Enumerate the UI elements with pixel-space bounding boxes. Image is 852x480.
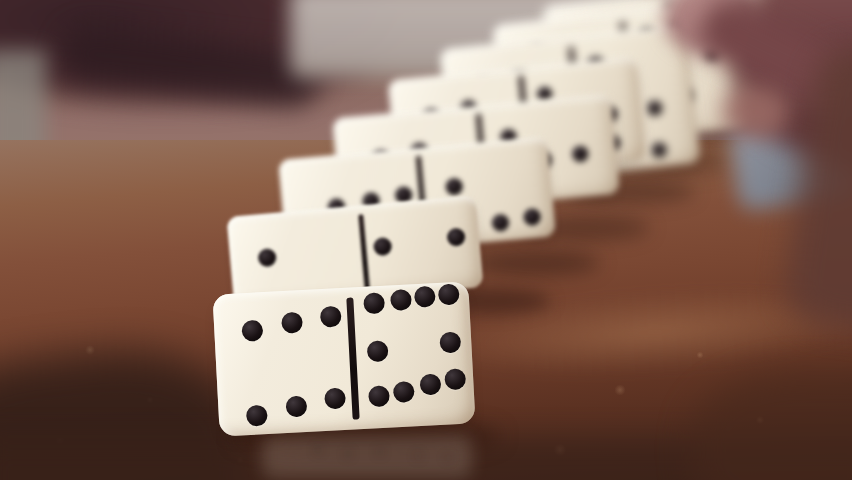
domino-photo-scene bbox=[0, 0, 852, 480]
pip bbox=[571, 145, 588, 162]
pip bbox=[523, 208, 541, 226]
pip-divider-line bbox=[358, 214, 370, 297]
hand-knuckle bbox=[722, 86, 790, 138]
pip bbox=[363, 292, 385, 314]
pip bbox=[651, 142, 667, 158]
pip bbox=[373, 237, 393, 257]
pip bbox=[446, 228, 466, 248]
pip bbox=[419, 373, 441, 395]
pip bbox=[390, 289, 412, 311]
pip bbox=[281, 312, 303, 334]
pip bbox=[491, 214, 509, 232]
pip bbox=[438, 283, 460, 305]
pip bbox=[647, 100, 663, 116]
tile-shadow bbox=[470, 250, 600, 276]
pip bbox=[439, 332, 461, 354]
pip-divider-line bbox=[347, 297, 360, 419]
pip bbox=[368, 385, 390, 407]
pip bbox=[445, 178, 463, 196]
front-domino-tile-6-10 bbox=[212, 281, 475, 436]
pip bbox=[320, 306, 342, 328]
pip bbox=[246, 404, 268, 426]
pip bbox=[257, 248, 277, 268]
pip bbox=[242, 320, 264, 342]
pip-reflections bbox=[300, 438, 470, 474]
pip bbox=[324, 388, 346, 410]
pip bbox=[393, 380, 415, 402]
pip bbox=[285, 395, 307, 417]
pip bbox=[444, 368, 466, 390]
pip bbox=[367, 340, 389, 362]
pip bbox=[414, 286, 436, 308]
